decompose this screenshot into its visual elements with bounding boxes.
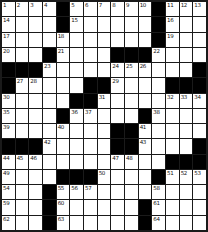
white-cell-r8c2[interactable] [16, 109, 29, 123]
black-cell-r9c10 [125, 124, 138, 138]
white-cell-r10c14[interactable] [180, 139, 193, 153]
white-cell-r2c14[interactable] [180, 17, 193, 31]
clue-number: 25 [126, 63, 132, 69]
black-cell-r10c2 [16, 139, 29, 153]
white-cell-r4c13[interactable] [166, 48, 179, 62]
white-cell-r3c2[interactable] [16, 33, 29, 47]
white-cell-r11c7[interactable] [84, 155, 97, 169]
white-cell-r4c3[interactable] [29, 48, 42, 62]
black-cell-r9c9 [111, 124, 124, 138]
white-cell-r8c7[interactable]: 37 [84, 109, 97, 123]
clue-number: 22 [153, 48, 159, 54]
white-cell-r9c12[interactable] [152, 124, 165, 138]
white-cell-r1c1[interactable]: 1 [2, 2, 15, 16]
white-cell-r7c8[interactable]: 31 [98, 94, 111, 108]
white-cell-r6c3[interactable]: 28 [29, 78, 42, 92]
black-cell-r3c12 [152, 33, 165, 47]
clue-number: 36 [71, 109, 77, 115]
white-cell-r5c14[interactable] [180, 63, 193, 77]
white-cell-r8c4[interactable] [43, 109, 56, 123]
black-cell-r6c8 [98, 78, 111, 92]
white-cell-r4c2[interactable] [16, 48, 29, 62]
white-cell-r1c9[interactable]: 8 [111, 2, 124, 16]
white-cell-r12c10[interactable] [125, 170, 138, 184]
white-cell-r9c15[interactable] [193, 124, 206, 138]
white-cell-r1c6[interactable]: 5 [70, 2, 83, 16]
white-cell-r4c1[interactable]: 20 [2, 48, 15, 62]
white-cell-r12c15[interactable]: 53 [193, 170, 206, 184]
clue-number: 6 [85, 2, 88, 8]
black-cell-r5c1 [2, 63, 15, 77]
white-cell-r11c11[interactable] [139, 155, 152, 169]
white-cell-r13c3[interactable] [29, 185, 42, 199]
black-cell-r10c1 [2, 139, 15, 153]
clue-number: 44 [3, 155, 9, 161]
white-cell-r14c2[interactable] [16, 200, 29, 214]
clue-number: 42 [44, 139, 50, 145]
black-cell-r6c7 [84, 78, 97, 92]
black-cell-r6c14 [180, 78, 193, 92]
clue-number: 61 [153, 200, 159, 206]
white-cell-r2c15[interactable] [193, 17, 206, 31]
white-cell-r3c5[interactable]: 18 [57, 33, 70, 47]
black-cell-r5c2 [16, 63, 29, 77]
white-cell-r5c10[interactable]: 25 [125, 63, 138, 77]
white-cell-r3c1[interactable]: 17 [2, 33, 15, 47]
crossword-grid: 1234567891011121314151617181920212223242… [0, 0, 208, 232]
clue-number: 62 [3, 216, 9, 222]
black-cell-r7c7 [84, 94, 97, 108]
clue-number: 60 [58, 200, 64, 206]
clue-number: 41 [140, 124, 146, 130]
clue-number: 17 [3, 33, 9, 39]
white-cell-r12c9[interactable] [111, 170, 124, 184]
white-cell-r14c12[interactable]: 61 [152, 200, 165, 214]
white-cell-r10c13[interactable] [166, 139, 179, 153]
white-cell-r7c15[interactable]: 34 [193, 94, 206, 108]
white-cell-r1c7[interactable]: 6 [84, 2, 97, 16]
white-cell-r2c11[interactable] [139, 17, 152, 31]
white-cell-r1c4[interactable]: 4 [43, 2, 56, 16]
clue-number: 47 [112, 155, 118, 161]
white-cell-r13c1[interactable]: 54 [2, 185, 15, 199]
white-cell-r15c10[interactable] [125, 216, 138, 230]
clue-number: 12 [181, 2, 187, 8]
white-cell-r8c14[interactable] [180, 109, 193, 123]
clue-number: 40 [58, 124, 64, 130]
clue-number: 53 [194, 170, 200, 176]
clue-number: 11 [167, 2, 173, 8]
white-cell-r13c11[interactable] [139, 185, 152, 199]
white-cell-r2c3[interactable] [29, 17, 42, 31]
black-cell-r2c12 [152, 17, 165, 31]
white-cell-r1c8[interactable]: 7 [98, 2, 111, 16]
white-cell-r11c4[interactable] [43, 155, 56, 169]
white-cell-r6c4[interactable] [43, 78, 56, 92]
clue-number: 4 [44, 2, 47, 8]
black-cell-r7c6 [70, 94, 83, 108]
clue-number: 8 [112, 2, 115, 8]
white-cell-r13c5[interactable]: 55 [57, 185, 70, 199]
white-cell-r11c6[interactable] [70, 155, 83, 169]
clue-number: 23 [44, 63, 50, 69]
black-cell-r12c12 [152, 170, 165, 184]
white-cell-r4c5[interactable]: 21 [57, 48, 70, 62]
clue-number: 21 [58, 48, 64, 54]
white-cell-r15c5[interactable]: 63 [57, 216, 70, 230]
clue-number: 33 [181, 94, 187, 100]
white-cell-r9c14[interactable] [180, 124, 193, 138]
white-cell-r15c2[interactable] [16, 216, 29, 230]
white-cell-r10c6[interactable] [70, 139, 83, 153]
white-cell-r1c13[interactable]: 11 [166, 2, 179, 16]
clue-number: 29 [112, 78, 118, 84]
white-cell-r9c1[interactable]: 39 [2, 124, 15, 138]
white-cell-r15c6[interactable] [70, 216, 83, 230]
white-cell-r9c8[interactable] [98, 124, 111, 138]
white-cell-r11c10[interactable]: 48 [125, 155, 138, 169]
clue-number: 14 [3, 17, 9, 23]
clue-number: 10 [140, 2, 146, 8]
white-cell-r7c5[interactable] [57, 94, 70, 108]
white-cell-r5c8[interactable] [98, 63, 111, 77]
white-cell-r6c6[interactable] [70, 78, 83, 92]
white-cell-r7c4[interactable] [43, 94, 56, 108]
white-cell-r14c9[interactable] [111, 200, 124, 214]
white-cell-r8c3[interactable] [29, 109, 42, 123]
white-cell-r13c7[interactable]: 57 [84, 185, 97, 199]
white-cell-r12c11[interactable] [139, 170, 152, 184]
white-cell-r13c8[interactable] [98, 185, 111, 199]
black-cell-r12c6 [70, 170, 83, 184]
white-cell-r3c11[interactable] [139, 33, 152, 47]
clue-number: 31 [99, 94, 105, 100]
white-cell-r6c10[interactable] [125, 78, 138, 92]
white-cell-r14c5[interactable]: 60 [57, 200, 70, 214]
black-cell-r2c5 [57, 17, 70, 31]
white-cell-r6c12[interactable] [152, 78, 165, 92]
black-cell-r6c13 [166, 78, 179, 92]
white-cell-r2c10[interactable] [125, 17, 138, 31]
white-cell-r3c9[interactable] [111, 33, 124, 47]
clue-number: 28 [30, 78, 36, 84]
white-cell-r4c12[interactable]: 22 [152, 48, 165, 62]
black-cell-r4c11 [139, 48, 152, 62]
clue-number: 13 [194, 2, 200, 8]
clue-number: 19 [167, 33, 173, 39]
black-cell-r4c10 [125, 48, 138, 62]
white-cell-r2c13[interactable]: 16 [166, 17, 179, 31]
black-cell-r13c4 [43, 185, 56, 199]
black-cell-r6c1 [2, 78, 15, 92]
white-cell-r12c1[interactable]: 49 [2, 170, 15, 184]
white-cell-r3c6[interactable] [70, 33, 83, 47]
white-cell-r10c11[interactable]: 43 [139, 139, 152, 153]
white-cell-r5c13[interactable] [166, 63, 179, 77]
white-cell-r12c8[interactable]: 50 [98, 170, 111, 184]
white-cell-r14c6[interactable] [70, 200, 83, 214]
white-cell-r5c5[interactable] [57, 63, 70, 77]
clue-number: 1 [3, 2, 6, 8]
black-cell-r1c5 [57, 2, 70, 16]
white-cell-r13c6[interactable]: 56 [70, 185, 83, 199]
clue-number: 37 [85, 109, 91, 115]
white-cell-r9c4[interactable] [43, 124, 56, 138]
white-cell-r11c3[interactable]: 46 [29, 155, 42, 169]
clue-number: 48 [126, 155, 132, 161]
clue-number: 50 [99, 170, 105, 176]
clue-number: 24 [112, 63, 118, 69]
white-cell-r15c15[interactable] [193, 216, 206, 230]
white-cell-r1c10[interactable]: 9 [125, 2, 138, 16]
black-cell-r12c7 [84, 170, 97, 184]
black-cell-r4c4 [43, 48, 56, 62]
white-cell-r10c12[interactable] [152, 139, 165, 153]
white-cell-r7c13[interactable]: 32 [166, 94, 179, 108]
white-cell-r8c8[interactable] [98, 109, 111, 123]
clue-number: 63 [58, 216, 64, 222]
white-cell-r14c7[interactable] [84, 200, 97, 214]
clue-number: 55 [58, 185, 64, 191]
clue-number: 27 [17, 78, 23, 84]
black-cell-r15c4 [43, 216, 56, 230]
black-cell-r4c9 [111, 48, 124, 62]
white-cell-r6c11[interactable] [139, 78, 152, 92]
white-cell-r5c7[interactable] [84, 63, 97, 77]
white-cell-r9c11[interactable]: 41 [139, 124, 152, 138]
white-cell-r6c5[interactable] [57, 78, 70, 92]
white-cell-r14c13[interactable] [166, 200, 179, 214]
white-cell-r4c14[interactable] [180, 48, 193, 62]
clue-number: 38 [153, 109, 159, 115]
black-cell-r5c3 [29, 63, 42, 77]
white-cell-r13c9[interactable] [111, 185, 124, 199]
clue-number: 30 [3, 94, 9, 100]
black-cell-r14c4 [43, 200, 56, 214]
clue-number: 59 [3, 200, 9, 206]
clue-number: 16 [167, 17, 173, 23]
white-cell-r15c7[interactable] [84, 216, 97, 230]
white-cell-r15c8[interactable] [98, 216, 111, 230]
clue-number: 9 [126, 2, 129, 8]
white-cell-r13c13[interactable] [166, 185, 179, 199]
white-cell-r8c10[interactable] [125, 109, 138, 123]
white-cell-r5c12[interactable] [152, 63, 165, 77]
black-cell-r6c15 [193, 78, 206, 92]
clue-number: 43 [140, 139, 146, 145]
white-cell-r15c13[interactable] [166, 216, 179, 230]
clue-number: 57 [85, 185, 91, 191]
white-cell-r5c9[interactable]: 24 [111, 63, 124, 77]
clue-number: 15 [71, 17, 77, 23]
white-cell-r13c10[interactable] [125, 185, 138, 199]
white-cell-r7c11[interactable] [139, 94, 152, 108]
white-cell-r14c15[interactable] [193, 200, 206, 214]
white-cell-r2c2[interactable] [16, 17, 29, 31]
clue-number: 18 [58, 33, 64, 39]
white-cell-r15c1[interactable]: 62 [2, 216, 15, 230]
white-cell-r10c7[interactable] [84, 139, 97, 153]
clue-number: 3 [30, 2, 33, 8]
white-cell-r2c4[interactable] [43, 17, 56, 31]
white-cell-r4c6[interactable] [70, 48, 83, 62]
clue-number: 20 [3, 48, 9, 54]
clue-number: 64 [153, 216, 159, 222]
white-cell-r2c1[interactable]: 14 [2, 17, 15, 31]
black-cell-r11c14 [180, 155, 193, 169]
white-cell-r7c10[interactable] [125, 94, 138, 108]
clue-number: 26 [140, 63, 146, 69]
black-cell-r8c11 [139, 109, 152, 123]
clue-number: 7 [99, 2, 102, 8]
white-cell-r12c3[interactable] [29, 170, 42, 184]
white-cell-r9c2[interactable] [16, 124, 29, 138]
clue-number: 2 [17, 2, 20, 8]
clue-number: 32 [167, 94, 173, 100]
white-cell-r12c13[interactable]: 51 [166, 170, 179, 184]
white-cell-r1c14[interactable]: 12 [180, 2, 193, 16]
white-cell-r9c3[interactable] [29, 124, 42, 138]
white-cell-r15c9[interactable] [111, 216, 124, 230]
white-cell-r6c2[interactable]: 27 [16, 78, 29, 92]
white-cell-r11c2[interactable]: 45 [16, 155, 29, 169]
white-cell-r13c14[interactable] [180, 185, 193, 199]
white-cell-r14c1[interactable]: 59 [2, 200, 15, 214]
white-cell-r8c13[interactable] [166, 109, 179, 123]
white-cell-r2c6[interactable]: 15 [70, 17, 83, 31]
white-cell-r15c14[interactable] [180, 216, 193, 230]
black-cell-r14c11 [139, 200, 152, 214]
white-cell-r7c3[interactable] [29, 94, 42, 108]
black-cell-r10c3 [29, 139, 42, 153]
white-cell-r4c15[interactable] [193, 48, 206, 62]
white-cell-r9c13[interactable] [166, 124, 179, 138]
black-cell-r10c10 [125, 139, 138, 153]
white-cell-r9c7[interactable] [84, 124, 97, 138]
white-cell-r8c12[interactable]: 38 [152, 109, 165, 123]
clue-number: 49 [3, 170, 9, 176]
white-cell-r14c14[interactable] [180, 200, 193, 214]
white-cell-r1c2[interactable]: 2 [16, 2, 29, 16]
white-cell-r2c7[interactable] [84, 17, 97, 31]
white-cell-r7c2[interactable] [16, 94, 29, 108]
clue-number: 51 [167, 170, 173, 176]
white-cell-r9c6[interactable] [70, 124, 83, 138]
white-cell-r11c12[interactable] [152, 155, 165, 169]
white-cell-r14c10[interactable] [125, 200, 138, 214]
black-cell-r11c15 [193, 155, 206, 169]
clue-number: 39 [3, 124, 9, 130]
clue-number: 58 [153, 185, 159, 191]
white-cell-r2c8[interactable] [98, 17, 111, 31]
white-cell-r13c2[interactable] [16, 185, 29, 199]
black-cell-r12c5 [57, 170, 70, 184]
white-cell-r8c9[interactable] [111, 109, 124, 123]
white-cell-r8c15[interactable] [193, 109, 206, 123]
white-cell-r13c15[interactable] [193, 185, 206, 199]
black-cell-r8c5 [57, 109, 70, 123]
white-cell-r12c2[interactable] [16, 170, 29, 184]
white-cell-r12c14[interactable]: 52 [180, 170, 193, 184]
white-cell-r10c4[interactable]: 42 [43, 139, 56, 153]
white-cell-r3c13[interactable]: 19 [166, 33, 179, 47]
white-cell-r7c12[interactable] [152, 94, 165, 108]
white-cell-r11c1[interactable]: 44 [2, 155, 15, 169]
black-cell-r1c12 [152, 2, 165, 16]
white-cell-r7c14[interactable]: 33 [180, 94, 193, 108]
black-cell-r11c13 [166, 155, 179, 169]
clue-number: 35 [3, 109, 9, 115]
white-cell-r6c9[interactable]: 29 [111, 78, 124, 92]
white-cell-r3c3[interactable] [29, 33, 42, 47]
clue-number: 5 [71, 2, 74, 8]
clue-number: 52 [181, 170, 187, 176]
white-cell-r7c1[interactable]: 30 [2, 94, 15, 108]
clue-number: 54 [3, 185, 9, 191]
white-cell-r7c9[interactable] [111, 94, 124, 108]
white-cell-r11c5[interactable] [57, 155, 70, 169]
black-cell-r15c11 [139, 216, 152, 230]
clue-number: 34 [194, 94, 200, 100]
white-cell-r5c4[interactable]: 23 [43, 63, 56, 77]
white-cell-r11c9[interactable]: 47 [111, 155, 124, 169]
white-cell-r10c8[interactable] [98, 139, 111, 153]
white-cell-r3c15[interactable] [193, 33, 206, 47]
white-cell-r15c12[interactable]: 64 [152, 216, 165, 230]
clue-number: 56 [71, 185, 77, 191]
white-cell-r3c10[interactable] [125, 33, 138, 47]
white-cell-r14c3[interactable] [29, 200, 42, 214]
white-cell-r12c4[interactable] [43, 170, 56, 184]
white-cell-r3c14[interactable] [180, 33, 193, 47]
black-cell-r10c15 [193, 139, 206, 153]
white-cell-r8c6[interactable]: 36 [70, 109, 83, 123]
white-cell-r14c8[interactable] [98, 200, 111, 214]
black-cell-r5c15 [193, 63, 206, 77]
white-cell-r15c3[interactable] [29, 216, 42, 230]
black-cell-r10c9 [111, 139, 124, 153]
clue-number: 46 [30, 155, 36, 161]
white-cell-r10c5[interactable] [57, 139, 70, 153]
white-cell-r1c11[interactable]: 10 [139, 2, 152, 16]
white-cell-r9c5[interactable]: 40 [57, 124, 70, 138]
white-cell-r1c3[interactable]: 3 [29, 2, 42, 16]
white-cell-r5c6[interactable] [70, 63, 83, 77]
white-cell-r2c9[interactable] [111, 17, 124, 31]
white-cell-r3c8[interactable] [98, 33, 111, 47]
white-cell-r4c7[interactable] [84, 48, 97, 62]
white-cell-r8c1[interactable]: 35 [2, 109, 15, 123]
clue-number: 45 [17, 155, 23, 161]
white-cell-r4c8[interactable] [98, 48, 111, 62]
white-cell-r3c4[interactable] [43, 33, 56, 47]
white-cell-r13c12[interactable]: 58 [152, 185, 165, 199]
white-cell-r1c15[interactable]: 13 [193, 2, 206, 16]
white-cell-r5c11[interactable]: 26 [139, 63, 152, 77]
white-cell-r3c7[interactable] [84, 33, 97, 47]
white-cell-r11c8[interactable] [98, 155, 111, 169]
